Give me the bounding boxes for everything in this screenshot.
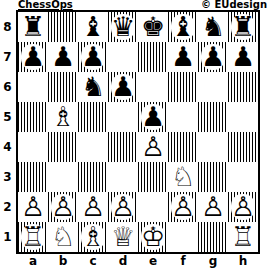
black-pawn-e5: ♟: [141, 102, 165, 132]
rank-label-6: 6: [1, 72, 14, 102]
black-queen-d8: ♛: [111, 12, 135, 42]
square-b1[interactable]: ♘: [48, 222, 78, 252]
square-a6[interactable]: [18, 72, 48, 102]
file-label-b: b: [48, 254, 78, 268]
square-d3[interactable]: [108, 162, 138, 192]
square-a3[interactable]: [18, 162, 48, 192]
square-g6[interactable]: [198, 72, 228, 102]
black-pawn-a7: ♟: [21, 42, 45, 72]
square-a4[interactable]: [18, 132, 48, 162]
black-pawn-h7: ♟: [231, 42, 255, 72]
square-f3[interactable]: ♘: [168, 162, 198, 192]
square-g1[interactable]: [198, 222, 228, 252]
square-c6[interactable]: ♞: [78, 72, 108, 102]
file-label-g: g: [198, 254, 228, 268]
rank-label-2: 2: [1, 192, 14, 222]
square-e2[interactable]: [138, 192, 168, 222]
square-e1[interactable]: ♔: [138, 222, 168, 252]
square-h4[interactable]: [228, 132, 258, 162]
rank-label-8: 8: [1, 12, 14, 42]
white-knight-b1: ♘: [51, 222, 75, 252]
square-d5[interactable]: [108, 102, 138, 132]
rank-label-3: 3: [1, 162, 14, 192]
square-e3[interactable]: [138, 162, 168, 192]
file-label-c: c: [78, 254, 108, 268]
white-knight-f3: ♘: [171, 162, 195, 192]
square-g7[interactable]: ♟: [198, 42, 228, 72]
square-f7[interactable]: ♟: [168, 42, 198, 72]
black-pawn-b7: ♟: [51, 42, 75, 72]
square-b8[interactable]: [48, 12, 78, 42]
square-c1[interactable]: ♗: [78, 222, 108, 252]
black-pawn-g7: ♟: [201, 42, 225, 72]
black-pawn-f7: ♟: [171, 42, 195, 72]
square-c7[interactable]: ♟: [78, 42, 108, 72]
white-pawn-g2: ♙: [201, 192, 225, 222]
rank-label-5: 5: [1, 102, 14, 132]
square-h8[interactable]: ♜: [228, 12, 258, 42]
black-rook-h8: ♜: [231, 12, 255, 42]
square-b3[interactable]: [48, 162, 78, 192]
square-d7[interactable]: [108, 42, 138, 72]
file-label-a: a: [18, 254, 48, 268]
white-rook-h1: ♖: [231, 222, 255, 252]
square-h1[interactable]: ♖: [228, 222, 258, 252]
black-bishop-c8: ♝: [81, 12, 105, 42]
white-king-e1: ♔: [141, 222, 165, 252]
black-rook-a8: ♜: [21, 12, 45, 42]
white-pawn-a2: ♙: [21, 192, 45, 222]
file-label-e: e: [138, 254, 168, 268]
square-h6[interactable]: [228, 72, 258, 102]
square-e4[interactable]: ♙: [138, 132, 168, 162]
square-d4[interactable]: [108, 132, 138, 162]
square-b2[interactable]: ♙: [48, 192, 78, 222]
square-c3[interactable]: [78, 162, 108, 192]
square-f1[interactable]: [168, 222, 198, 252]
square-b6[interactable]: [48, 72, 78, 102]
rank-label-4: 4: [1, 132, 14, 162]
white-pawn-h2: ♙: [231, 192, 255, 222]
square-c5[interactable]: [78, 102, 108, 132]
square-e5[interactable]: ♟: [138, 102, 168, 132]
square-b7[interactable]: ♟: [48, 42, 78, 72]
white-pawn-f2: ♙: [171, 192, 195, 222]
square-h3[interactable]: [228, 162, 258, 192]
square-g2[interactable]: ♙: [198, 192, 228, 222]
white-queen-d1: ♕: [111, 222, 135, 252]
black-pawn-d6: ♟: [111, 72, 135, 102]
square-g8[interactable]: ♞: [198, 12, 228, 42]
copyright-credit: © EUdesign: [201, 0, 267, 10]
file-label-h: h: [228, 254, 258, 268]
square-f8[interactable]: ♝: [168, 12, 198, 42]
square-g4[interactable]: [198, 132, 228, 162]
square-d1[interactable]: ♕: [108, 222, 138, 252]
square-h5[interactable]: [228, 102, 258, 132]
square-h2[interactable]: ♙: [228, 192, 258, 222]
square-e6[interactable]: [138, 72, 168, 102]
file-label-f: f: [168, 254, 198, 268]
square-e8[interactable]: ♚: [138, 12, 168, 42]
square-g3[interactable]: [198, 162, 228, 192]
square-a1[interactable]: ♖: [18, 222, 48, 252]
chess-board: ♜♝♛♚♝♞♜♟♟♟♟♟♟♞♟♗♟♙♘♙♙♙♙♙♙♙♖♘♗♕♔♖: [18, 12, 258, 252]
square-c2[interactable]: ♙: [78, 192, 108, 222]
square-a2[interactable]: ♙: [18, 192, 48, 222]
black-knight-c6: ♞: [81, 72, 105, 102]
white-pawn-b2: ♙: [51, 192, 75, 222]
file-label-d: d: [108, 254, 138, 268]
square-f2[interactable]: ♙: [168, 192, 198, 222]
black-king-e8: ♚: [141, 12, 165, 42]
square-d8[interactable]: ♛: [108, 12, 138, 42]
square-c4[interactable]: [78, 132, 108, 162]
black-pawn-c7: ♟: [81, 42, 105, 72]
chessops-title-link[interactable]: ChessOps: [18, 0, 73, 10]
white-rook-a1: ♖: [21, 222, 45, 252]
white-pawn-e4: ♙: [141, 132, 165, 162]
white-bishop-b5: ♗: [51, 102, 75, 132]
square-c8[interactable]: ♝: [78, 12, 108, 42]
white-bishop-c1: ♗: [81, 222, 105, 252]
board-frame: ♜♝♛♚♝♞♜♟♟♟♟♟♟♞♟♗♟♙♘♙♙♙♙♙♙♙♖♘♗♕♔♖: [16, 10, 260, 254]
square-d2[interactable]: ♙: [108, 192, 138, 222]
square-b4[interactable]: [48, 132, 78, 162]
rank-label-7: 7: [1, 42, 14, 72]
square-a8[interactable]: ♜: [18, 12, 48, 42]
square-h7[interactable]: ♟: [228, 42, 258, 72]
square-f4[interactable]: [168, 132, 198, 162]
black-bishop-f8: ♝: [171, 12, 195, 42]
white-pawn-d2: ♙: [111, 192, 135, 222]
square-f5[interactable]: [168, 102, 198, 132]
square-e7[interactable]: [138, 42, 168, 72]
square-d6[interactable]: ♟: [108, 72, 138, 102]
square-a5[interactable]: [18, 102, 48, 132]
square-g5[interactable]: [198, 102, 228, 132]
rank-label-1: 1: [1, 222, 14, 252]
square-f6[interactable]: [168, 72, 198, 102]
square-b5[interactable]: ♗: [48, 102, 78, 132]
square-a7[interactable]: ♟: [18, 42, 48, 72]
black-knight-g8: ♞: [201, 12, 225, 42]
white-pawn-c2: ♙: [81, 192, 105, 222]
